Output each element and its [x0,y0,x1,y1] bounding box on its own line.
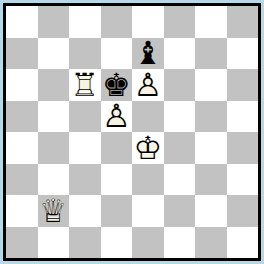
white-pawn[interactable]: ♟♙ [133,69,162,101]
square-d8[interactable] [101,6,133,38]
square-b6[interactable] [38,69,70,101]
square-h3[interactable] [227,164,259,196]
square-a6[interactable] [6,69,38,101]
square-h4[interactable] [227,132,259,164]
square-c5[interactable] [69,101,101,133]
white-queen[interactable]: ♛♕ [39,195,68,227]
black-bishop[interactable]: ♝ [133,37,162,69]
square-b7[interactable] [38,38,70,70]
square-a4[interactable] [6,132,38,164]
square-d4[interactable] [101,132,133,164]
square-f8[interactable] [164,6,196,38]
piece-outline-layer: ♙ [133,66,162,104]
square-b1[interactable] [38,227,70,259]
square-b8[interactable] [38,6,70,38]
square-h7[interactable] [227,38,259,70]
square-g5[interactable] [195,101,227,133]
square-a1[interactable] [6,227,38,259]
square-c7[interactable] [69,38,101,70]
square-f5[interactable] [164,101,196,133]
square-g4[interactable] [195,132,227,164]
square-e1[interactable] [132,227,164,259]
square-e4[interactable]: ♚♔ [132,132,164,164]
square-e6[interactable]: ♟♙ [132,69,164,101]
square-d5[interactable]: ♟♙ [101,101,133,133]
square-c3[interactable] [69,164,101,196]
square-g3[interactable] [195,164,227,196]
square-e2[interactable] [132,195,164,227]
piece-outline-layer: ♕ [39,192,68,230]
square-a2[interactable] [6,195,38,227]
square-c4[interactable] [69,132,101,164]
square-d3[interactable] [101,164,133,196]
white-rook[interactable]: ♜♖ [70,69,99,101]
white-king[interactable]: ♚♔ [133,132,162,164]
square-h1[interactable] [227,227,259,259]
white-pawn[interactable]: ♟♙ [102,100,131,132]
square-e5[interactable] [132,101,164,133]
square-h5[interactable] [227,101,259,133]
square-b4[interactable] [38,132,70,164]
square-b3[interactable] [38,164,70,196]
square-h8[interactable] [227,6,259,38]
square-b5[interactable] [38,101,70,133]
square-f6[interactable] [164,69,196,101]
square-g7[interactable] [195,38,227,70]
square-e3[interactable] [132,164,164,196]
board-border: ♝♜♖♚♟♙♟♙♚♔♛♕ [3,3,261,261]
square-c2[interactable] [69,195,101,227]
square-d7[interactable] [101,38,133,70]
square-d1[interactable] [101,227,133,259]
square-c1[interactable] [69,227,101,259]
square-a8[interactable] [6,6,38,38]
square-f7[interactable] [164,38,196,70]
square-c6[interactable]: ♜♖ [69,69,101,101]
board-frame: ♝♜♖♚♟♙♟♙♚♔♛♕ [0,0,264,264]
square-a3[interactable] [6,164,38,196]
square-d6[interactable]: ♚ [101,69,133,101]
square-e8[interactable] [132,6,164,38]
piece-outline-layer: ♔ [133,129,162,167]
square-a5[interactable] [6,101,38,133]
square-f4[interactable] [164,132,196,164]
square-g6[interactable] [195,69,227,101]
square-g8[interactable] [195,6,227,38]
square-f3[interactable] [164,164,196,196]
piece-outline-layer: ♙ [102,97,131,135]
square-g1[interactable] [195,227,227,259]
square-d2[interactable] [101,195,133,227]
square-h2[interactable] [227,195,259,227]
square-c8[interactable] [69,6,101,38]
square-f2[interactable] [164,195,196,227]
piece-outline-layer: ♖ [70,66,99,104]
square-b2[interactable]: ♛♕ [38,195,70,227]
square-e7[interactable]: ♝ [132,38,164,70]
square-f1[interactable] [164,227,196,259]
square-g2[interactable] [195,195,227,227]
square-h6[interactable] [227,69,259,101]
square-a7[interactable] [6,38,38,70]
black-king[interactable]: ♚ [102,69,131,101]
chess-board: ♝♜♖♚♟♙♟♙♚♔♛♕ [6,6,258,258]
